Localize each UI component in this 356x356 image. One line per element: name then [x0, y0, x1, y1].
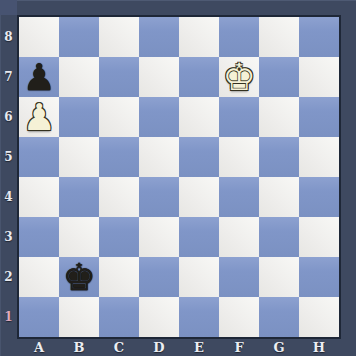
- square-b7[interactable]: [59, 57, 99, 97]
- square-d3[interactable]: [139, 217, 179, 257]
- file-label-c: C: [99, 339, 139, 356]
- square-g2[interactable]: [259, 257, 299, 297]
- square-b1[interactable]: [59, 297, 99, 337]
- square-e3[interactable]: [179, 217, 219, 257]
- square-e4[interactable]: [179, 177, 219, 217]
- rank-label-6: 6: [0, 97, 17, 137]
- square-a5[interactable]: [19, 137, 59, 177]
- square-c2[interactable]: [99, 257, 139, 297]
- square-c5[interactable]: [99, 137, 139, 177]
- chess-board-widget: 87654321 ♟♚♟♚ ABCDEFGH: [0, 0, 356, 356]
- square-g7[interactable]: [259, 57, 299, 97]
- square-c3[interactable]: [99, 217, 139, 257]
- square-f8[interactable]: [219, 17, 259, 57]
- square-f5[interactable]: [219, 137, 259, 177]
- file-label-a: A: [19, 339, 59, 356]
- square-h7[interactable]: [299, 57, 339, 97]
- square-g1[interactable]: [259, 297, 299, 337]
- square-g3[interactable]: [259, 217, 299, 257]
- square-b5[interactable]: [59, 137, 99, 177]
- square-b2[interactable]: ♚: [59, 257, 99, 297]
- rank-label-8: 8: [0, 17, 17, 57]
- square-c6[interactable]: [99, 97, 139, 137]
- black-king[interactable]: ♚: [59, 257, 99, 297]
- square-a6[interactable]: ♟: [19, 97, 59, 137]
- square-d1[interactable]: [139, 297, 179, 337]
- board-frame: ♟♚♟♚: [17, 15, 341, 339]
- square-g6[interactable]: [259, 97, 299, 137]
- file-label-f: F: [219, 339, 259, 356]
- square-d5[interactable]: [139, 137, 179, 177]
- square-d7[interactable]: [139, 57, 179, 97]
- square-e5[interactable]: [179, 137, 219, 177]
- rank-label-2: 2: [0, 257, 17, 297]
- file-label-g: G: [259, 339, 299, 356]
- rank-label-3: 3: [0, 217, 17, 257]
- square-c7[interactable]: [99, 57, 139, 97]
- square-f4[interactable]: [219, 177, 259, 217]
- square-d6[interactable]: [139, 97, 179, 137]
- square-b3[interactable]: [59, 217, 99, 257]
- square-h6[interactable]: [299, 97, 339, 137]
- rank-label-5: 5: [0, 137, 17, 177]
- square-f7[interactable]: ♚: [219, 57, 259, 97]
- square-a1[interactable]: [19, 297, 59, 337]
- square-f1[interactable]: [219, 297, 259, 337]
- square-c1[interactable]: [99, 297, 139, 337]
- square-a4[interactable]: [19, 177, 59, 217]
- file-labels: ABCDEFGH: [19, 339, 339, 356]
- square-e8[interactable]: [179, 17, 219, 57]
- square-g4[interactable]: [259, 177, 299, 217]
- square-b6[interactable]: [59, 97, 99, 137]
- square-g5[interactable]: [259, 137, 299, 177]
- square-h2[interactable]: [299, 257, 339, 297]
- frame-corner: [0, 0, 17, 15]
- file-label-b: B: [59, 339, 99, 356]
- file-label-h: H: [299, 339, 339, 356]
- square-a8[interactable]: [19, 17, 59, 57]
- square-b8[interactable]: [59, 17, 99, 57]
- file-label-d: D: [139, 339, 179, 356]
- rank-label-1: 1: [0, 297, 17, 337]
- square-f3[interactable]: [219, 217, 259, 257]
- square-b4[interactable]: [59, 177, 99, 217]
- file-label-e: E: [179, 339, 219, 356]
- square-g8[interactable]: [259, 17, 299, 57]
- square-h4[interactable]: [299, 177, 339, 217]
- square-e1[interactable]: [179, 297, 219, 337]
- square-d8[interactable]: [139, 17, 179, 57]
- square-f6[interactable]: [219, 97, 259, 137]
- square-c4[interactable]: [99, 177, 139, 217]
- square-d4[interactable]: [139, 177, 179, 217]
- square-d2[interactable]: [139, 257, 179, 297]
- white-pawn[interactable]: ♟: [19, 97, 59, 137]
- square-a7[interactable]: ♟: [19, 57, 59, 97]
- square-a2[interactable]: [19, 257, 59, 297]
- rank-labels: 87654321: [0, 17, 17, 337]
- square-h3[interactable]: [299, 217, 339, 257]
- square-h1[interactable]: [299, 297, 339, 337]
- rank-label-7: 7: [0, 57, 17, 97]
- square-h8[interactable]: [299, 17, 339, 57]
- white-king[interactable]: ♚: [219, 57, 259, 97]
- board: ♟♚♟♚: [19, 17, 339, 337]
- rank-label-4: 4: [0, 177, 17, 217]
- square-e7[interactable]: [179, 57, 219, 97]
- square-e2[interactable]: [179, 257, 219, 297]
- square-c8[interactable]: [99, 17, 139, 57]
- black-pawn[interactable]: ♟: [19, 57, 59, 97]
- square-f2[interactable]: [219, 257, 259, 297]
- square-a3[interactable]: [19, 217, 59, 257]
- square-e6[interactable]: [179, 97, 219, 137]
- square-h5[interactable]: [299, 137, 339, 177]
